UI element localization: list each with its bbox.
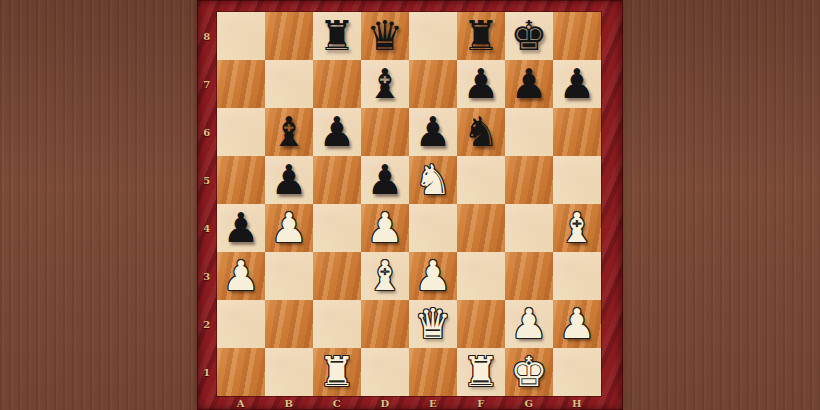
square-c8[interactable]: ♜ [313, 12, 361, 60]
square-f6[interactable]: ♞ [457, 108, 505, 156]
piece-black-pawn[interactable]: ♟ [223, 204, 260, 252]
file-label-f: F [457, 396, 505, 410]
square-b2[interactable] [265, 300, 313, 348]
square-c6[interactable]: ♟ [313, 108, 361, 156]
square-f7[interactable]: ♟ [457, 60, 505, 108]
rank-label-2: 2 [197, 300, 217, 348]
rank-label-1: 1 [197, 348, 217, 396]
square-e6[interactable]: ♟ [409, 108, 457, 156]
piece-white-pawn[interactable]: ♟ [511, 300, 548, 348]
square-g8[interactable]: ♚ [505, 12, 553, 60]
piece-white-knight[interactable]: ♞ [415, 156, 452, 204]
square-c1[interactable]: ♜ [313, 348, 361, 396]
piece-black-bishop[interactable]: ♝ [367, 60, 404, 108]
square-f3[interactable] [457, 252, 505, 300]
piece-white-bishop[interactable]: ♝ [559, 204, 596, 252]
file-label-e: E [409, 396, 457, 410]
square-h6[interactable] [553, 108, 601, 156]
square-g2[interactable]: ♟ [505, 300, 553, 348]
file-labels: ABCDEFGH [217, 396, 601, 410]
square-h8[interactable] [553, 12, 601, 60]
piece-black-rook[interactable]: ♜ [319, 12, 356, 60]
piece-black-pawn[interactable]: ♟ [271, 156, 308, 204]
file-label-b: B [265, 396, 313, 410]
square-c3[interactable] [313, 252, 361, 300]
piece-black-pawn[interactable]: ♟ [463, 60, 500, 108]
piece-black-pawn[interactable]: ♟ [511, 60, 548, 108]
square-a8[interactable] [217, 12, 265, 60]
square-h7[interactable]: ♟ [553, 60, 601, 108]
square-d4[interactable]: ♟ [361, 204, 409, 252]
rank-labels: 87654321 [197, 12, 217, 396]
square-e2[interactable]: ♛ [409, 300, 457, 348]
square-g5[interactable] [505, 156, 553, 204]
square-a1[interactable] [217, 348, 265, 396]
square-e7[interactable] [409, 60, 457, 108]
square-a5[interactable] [217, 156, 265, 204]
square-c7[interactable] [313, 60, 361, 108]
rank-label-6: 6 [197, 108, 217, 156]
square-h4[interactable]: ♝ [553, 204, 601, 252]
file-label-d: D [361, 396, 409, 410]
square-d6[interactable] [361, 108, 409, 156]
square-e3[interactable]: ♟ [409, 252, 457, 300]
square-f2[interactable] [457, 300, 505, 348]
piece-black-queen[interactable]: ♛ [367, 12, 404, 60]
square-d5[interactable]: ♟ [361, 156, 409, 204]
square-g7[interactable]: ♟ [505, 60, 553, 108]
square-b8[interactable] [265, 12, 313, 60]
piece-white-pawn[interactable]: ♟ [415, 252, 452, 300]
piece-white-queen[interactable]: ♛ [415, 300, 452, 348]
square-a3[interactable]: ♟ [217, 252, 265, 300]
square-b5[interactable]: ♟ [265, 156, 313, 204]
rank-label-7: 7 [197, 60, 217, 108]
square-g1[interactable]: ♚ [505, 348, 553, 396]
piece-black-pawn[interactable]: ♟ [367, 156, 404, 204]
square-a4[interactable]: ♟ [217, 204, 265, 252]
square-e8[interactable] [409, 12, 457, 60]
chess-board: ♜♛♜♚♝♟♟♟♝♟♟♞♟♟♞♟♟♟♝♟♝♟♛♟♟♜♜♚ [217, 12, 601, 396]
square-d1[interactable] [361, 348, 409, 396]
piece-white-rook[interactable]: ♜ [463, 348, 500, 396]
square-b3[interactable] [265, 252, 313, 300]
square-e1[interactable] [409, 348, 457, 396]
square-h5[interactable] [553, 156, 601, 204]
square-h3[interactable] [553, 252, 601, 300]
square-c5[interactable] [313, 156, 361, 204]
piece-white-pawn[interactable]: ♟ [223, 252, 260, 300]
square-d2[interactable] [361, 300, 409, 348]
square-c2[interactable] [313, 300, 361, 348]
square-b1[interactable] [265, 348, 313, 396]
square-g3[interactable] [505, 252, 553, 300]
square-d8[interactable]: ♛ [361, 12, 409, 60]
piece-white-pawn[interactable]: ♟ [367, 204, 404, 252]
square-e5[interactable]: ♞ [409, 156, 457, 204]
square-f5[interactable] [457, 156, 505, 204]
square-b4[interactable]: ♟ [265, 204, 313, 252]
rank-label-3: 3 [197, 252, 217, 300]
desktop-background: 87654321 ABCDEFGH ♜♛♜♚♝♟♟♟♝♟♟♞♟♟♞♟♟♟♝♟♝♟… [0, 0, 820, 410]
piece-black-pawn[interactable]: ♟ [559, 60, 596, 108]
square-f8[interactable]: ♜ [457, 12, 505, 60]
piece-black-knight[interactable]: ♞ [463, 108, 500, 156]
file-label-h: H [553, 396, 601, 410]
square-g4[interactable] [505, 204, 553, 252]
piece-black-bishop[interactable]: ♝ [271, 108, 308, 156]
piece-white-pawn[interactable]: ♟ [271, 204, 308, 252]
square-a2[interactable] [217, 300, 265, 348]
square-b6[interactable]: ♝ [265, 108, 313, 156]
rank-label-8: 8 [197, 12, 217, 60]
square-a7[interactable] [217, 60, 265, 108]
square-g6[interactable] [505, 108, 553, 156]
piece-black-pawn[interactable]: ♟ [415, 108, 452, 156]
file-label-c: C [313, 396, 361, 410]
square-f4[interactable] [457, 204, 505, 252]
rank-label-4: 4 [197, 204, 217, 252]
rank-label-5: 5 [197, 156, 217, 204]
square-e4[interactable] [409, 204, 457, 252]
square-b7[interactable] [265, 60, 313, 108]
square-h1[interactable] [553, 348, 601, 396]
chess-board-frame: 87654321 ABCDEFGH ♜♛♜♚♝♟♟♟♝♟♟♞♟♟♞♟♟♟♝♟♝♟… [197, 0, 623, 410]
square-f1[interactable]: ♜ [457, 348, 505, 396]
file-label-g: G [505, 396, 553, 410]
square-c4[interactable] [313, 204, 361, 252]
piece-white-bishop[interactable]: ♝ [367, 252, 404, 300]
square-d3[interactable]: ♝ [361, 252, 409, 300]
piece-black-pawn[interactable]: ♟ [319, 108, 356, 156]
piece-white-rook[interactable]: ♜ [319, 348, 356, 396]
square-h2[interactable]: ♟ [553, 300, 601, 348]
piece-black-king[interactable]: ♚ [511, 12, 548, 60]
square-a6[interactable] [217, 108, 265, 156]
square-d7[interactable]: ♝ [361, 60, 409, 108]
piece-black-rook[interactable]: ♜ [463, 12, 500, 60]
piece-white-pawn[interactable]: ♟ [559, 300, 596, 348]
piece-white-king[interactable]: ♚ [511, 348, 548, 396]
file-label-a: A [217, 396, 265, 410]
